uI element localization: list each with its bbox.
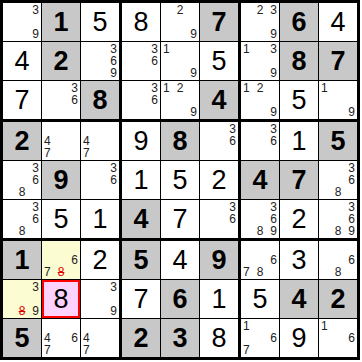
given-digit: 6 <box>161 280 199 318</box>
candidate-6: 6 <box>225 213 236 225</box>
candidate-7: 7 <box>44 344 55 356</box>
candidate-2: 2 <box>254 4 265 16</box>
candidates: 47 <box>43 123 79 159</box>
cell-r2c7[interactable]: 139 <box>241 42 280 81</box>
cell-r5c2[interactable]: 9 <box>42 161 81 200</box>
solved-digit: 2 <box>81 241 119 279</box>
candidate-2: 2 <box>254 82 265 94</box>
candidates: 678 <box>242 242 278 278</box>
solved-digit: 8 <box>200 319 238 357</box>
solved-digit: 8 <box>122 3 160 41</box>
cell-r4c9[interactable]: 5 <box>319 122 357 161</box>
solved-digit: 7 <box>161 200 199 238</box>
cell-r5c4[interactable]: 1 <box>122 161 161 200</box>
cell-r5c7[interactable]: 4 <box>241 161 280 200</box>
cell-r5c5[interactable]: 5 <box>161 161 200 200</box>
cell-r9c8[interactable]: 9 <box>280 319 319 357</box>
candidate-6: 6 <box>344 254 355 266</box>
candidates: 368 <box>4 201 40 237</box>
candidate-6: 6 <box>266 135 277 147</box>
candidate-9: 9 <box>266 28 277 40</box>
candidate-6: 6 <box>67 94 78 106</box>
candidate-8: 8 <box>332 186 343 198</box>
candidate-9: 9 <box>344 106 355 118</box>
cell-r6c1[interactable]: 368 <box>3 200 42 241</box>
cell-r9c6[interactable]: 8 <box>200 319 241 357</box>
cell-r3c2[interactable]: 36 <box>42 81 81 122</box>
cell-r4c3[interactable]: 47 <box>81 122 122 161</box>
candidates: 36 <box>242 123 278 159</box>
cell-r5c1[interactable]: 368 <box>3 161 42 200</box>
candidate-2: 2 <box>174 4 185 16</box>
solved-digit: 1 <box>122 161 160 199</box>
cell-r5c8[interactable]: 7 <box>280 161 319 200</box>
cell-r8c3[interactable]: 39 <box>81 280 122 319</box>
given-digit: 8 <box>161 122 199 160</box>
cell-r6c9[interactable]: 3689 <box>319 200 357 241</box>
cell-r3c1[interactable]: 7 <box>3 81 42 122</box>
cell-r7c3[interactable]: 2 <box>81 241 122 280</box>
cell-r7c4[interactable]: 5 <box>122 241 161 280</box>
solved-digit: 2 <box>280 200 318 238</box>
cell-r8c4[interactable]: 7 <box>122 280 161 319</box>
cell-r6c6[interactable]: 36 <box>200 200 241 241</box>
candidate-1: 1 <box>321 320 332 332</box>
solved-digit: 1 <box>280 122 318 160</box>
candidate-7: 7 <box>83 147 94 159</box>
candidate-1: 1 <box>243 82 254 94</box>
cell-r2c3[interactable]: 369 <box>81 42 122 81</box>
cell-r7c5[interactable]: 4 <box>161 241 200 280</box>
cell-r9c5[interactable]: 3 <box>161 319 200 357</box>
solved-digit: 5 <box>161 161 199 199</box>
solved-digit: 2 <box>200 161 238 199</box>
candidates: 39 <box>82 281 118 317</box>
candidate-8: 8 <box>332 225 343 237</box>
solved-digit: 4 <box>319 3 357 41</box>
given-digit: 3 <box>161 319 199 357</box>
cell-r5c6[interactable]: 2 <box>200 161 241 200</box>
candidates: 36 <box>43 82 79 118</box>
candidate-8-eliminated: 8 <box>16 305 27 317</box>
candidate-9: 9 <box>186 67 197 79</box>
candidate-6: 6 <box>28 213 39 225</box>
cell-r6c3[interactable]: 1 <box>81 200 122 241</box>
cell-r5c9[interactable]: 368 <box>319 161 357 200</box>
given-digit: 1 <box>42 3 80 41</box>
candidate-6: 6 <box>225 135 236 147</box>
candidates: 39 <box>4 4 40 40</box>
given-digit: 7 <box>280 161 318 199</box>
cell-r1c2[interactable]: 1 <box>42 3 81 42</box>
given-digit: 5 <box>122 241 160 279</box>
candidate-1: 1 <box>321 82 332 94</box>
cell-r7c6[interactable]: 9 <box>200 241 241 280</box>
candidates: 3689 <box>320 201 356 237</box>
cell-r8c5[interactable]: 6 <box>161 280 200 319</box>
cell-r1c7[interactable]: 239 <box>241 3 280 42</box>
cell-r4c4[interactable]: 9 <box>122 122 161 161</box>
cell-r2c6[interactable]: 5 <box>200 42 241 81</box>
given-digit: 5 <box>319 122 357 160</box>
cell-r8c8[interactable]: 4 <box>280 280 319 319</box>
cell-r1c3[interactable]: 5 <box>81 3 122 42</box>
given-digit: 9 <box>200 241 238 279</box>
solved-digit: 3 <box>280 241 318 279</box>
given-digit: 7 <box>319 42 357 80</box>
cell-r2c1[interactable]: 4 <box>3 42 42 81</box>
given-digit: 7 <box>200 3 238 41</box>
solved-digit: 5 <box>241 280 279 318</box>
candidates: 239 <box>242 4 278 40</box>
given-digit: 4 <box>200 81 238 119</box>
cell-r8c6[interactable]: 1 <box>200 280 241 319</box>
solved-digit: 4 <box>161 241 199 279</box>
candidates: 389 <box>4 281 40 317</box>
candidate-6: 6 <box>106 174 117 186</box>
candidates: 678 <box>43 242 79 278</box>
given-digit: 5 <box>3 319 41 357</box>
solved-digit: 7 <box>122 280 160 318</box>
solved-digit: 8 <box>42 280 80 318</box>
given-digit: 4 <box>280 280 318 318</box>
candidates: 19 <box>162 43 198 79</box>
candidate-9: 9 <box>28 28 39 40</box>
solved-digit: 1 <box>200 280 238 318</box>
candidate-8: 8 <box>254 225 265 237</box>
candidate-6: 6 <box>266 332 277 344</box>
cell-r3c3[interactable]: 8 <box>81 81 122 122</box>
candidate-8: 8 <box>332 266 343 278</box>
solved-digit: 5 <box>200 42 238 80</box>
cell-r8c1[interactable]: 389 <box>3 280 42 319</box>
candidates: 16 <box>320 320 356 356</box>
candidate-7: 7 <box>243 344 254 356</box>
sudoku-board: 3915829723964423693619513987736836129412… <box>0 0 360 360</box>
cell-r4c6[interactable]: 36 <box>200 122 241 161</box>
candidates: 368 <box>320 162 356 198</box>
candidate-2: 2 <box>174 82 185 94</box>
cell-r9c7[interactable]: 167 <box>241 319 280 357</box>
cell-r1c4[interactable]: 8 <box>122 3 161 42</box>
solved-digit: 5 <box>81 3 119 41</box>
candidate-6: 6 <box>67 254 78 266</box>
given-digit: 2 <box>319 280 357 318</box>
candidates: 139 <box>242 43 278 79</box>
candidates: 29 <box>162 4 198 40</box>
cell-r3c8[interactable]: 5 <box>280 81 319 122</box>
candidates: 129 <box>162 82 198 118</box>
candidates: 3689 <box>242 201 278 237</box>
candidate-7: 7 <box>44 266 55 278</box>
cell-r7c8[interactable]: 3 <box>280 241 319 280</box>
candidate-1: 1 <box>243 320 254 332</box>
candidate-7: 7 <box>44 147 55 159</box>
solved-digit: 9 <box>122 122 160 160</box>
given-digit: 6 <box>280 3 318 41</box>
candidate-1: 1 <box>163 43 174 55</box>
candidates: 36 <box>123 82 159 118</box>
cell-r7c7[interactable]: 678 <box>241 241 280 280</box>
candidate-8: 8 <box>254 266 265 278</box>
cell-r6c7[interactable]: 3689 <box>241 200 280 241</box>
solved-digit: 7 <box>3 81 41 119</box>
candidate-6: 6 <box>28 174 39 186</box>
cell-r1c9[interactable]: 4 <box>319 3 357 42</box>
candidates: 129 <box>242 82 278 118</box>
cell-r3c6[interactable]: 4 <box>200 81 241 122</box>
cell-r6c5[interactable]: 7 <box>161 200 200 241</box>
given-digit: 1 <box>3 241 41 279</box>
cell-r2c2[interactable]: 2 <box>42 42 81 81</box>
cell-r9c4[interactable]: 2 <box>122 319 161 357</box>
candidates: 68 <box>320 242 356 278</box>
cell-r3c7[interactable]: 129 <box>241 81 280 122</box>
candidate-9: 9 <box>344 225 355 237</box>
candidate-6: 6 <box>147 55 158 67</box>
cell-r9c3[interactable]: 47 <box>81 319 122 357</box>
candidate-9: 9 <box>106 305 117 317</box>
candidate-8-eliminated: 8 <box>55 266 66 278</box>
given-digit: 2 <box>42 42 80 80</box>
cell-r2c9[interactable]: 7 <box>319 42 357 81</box>
candidate-1: 1 <box>243 43 254 55</box>
cell-r8c2[interactable]: 8 <box>42 280 81 319</box>
cell-r9c1[interactable]: 5 <box>3 319 42 357</box>
solved-digit: 9 <box>280 319 318 357</box>
solved-digit: 1 <box>81 200 119 238</box>
cell-r1c6[interactable]: 7 <box>200 3 241 42</box>
candidate-6: 6 <box>344 174 355 186</box>
given-digit: 8 <box>280 42 318 80</box>
cell-r1c5[interactable]: 29 <box>161 3 200 42</box>
cell-r4c8[interactable]: 1 <box>280 122 319 161</box>
candidate-3: 3 <box>28 4 39 16</box>
candidate-3: 3 <box>266 4 277 16</box>
candidate-8: 8 <box>16 186 27 198</box>
candidate-9: 9 <box>266 106 277 118</box>
cell-r3c9[interactable]: 19 <box>319 81 357 122</box>
candidate-7: 7 <box>83 344 94 356</box>
candidate-6: 6 <box>67 332 78 344</box>
candidate-9: 9 <box>28 305 39 317</box>
cell-r8c9[interactable]: 2 <box>319 280 357 319</box>
cell-r5c3[interactable]: 36 <box>81 161 122 200</box>
given-digit: 2 <box>3 122 41 160</box>
candidate-1: 1 <box>163 82 174 94</box>
cell-r1c8[interactable]: 6 <box>280 3 319 42</box>
cell-r8c7[interactable]: 5 <box>241 280 280 319</box>
cell-r7c1[interactable]: 1 <box>3 241 42 280</box>
candidates: 36 <box>82 162 118 198</box>
cell-r2c5[interactable]: 19 <box>161 42 200 81</box>
given-digit: 2 <box>122 319 160 357</box>
candidate-9: 9 <box>186 106 197 118</box>
candidate-3: 3 <box>266 43 277 55</box>
candidate-9: 9 <box>106 67 117 79</box>
given-digit: 4 <box>122 200 160 238</box>
cell-r6c8[interactable]: 2 <box>280 200 319 241</box>
candidate-9: 9 <box>266 67 277 79</box>
solved-digit: 5 <box>42 200 80 238</box>
cell-r7c9[interactable]: 68 <box>319 241 357 280</box>
cell-r2c8[interactable]: 8 <box>280 42 319 81</box>
cell-r9c9[interactable]: 16 <box>319 319 357 357</box>
cell-r4c2[interactable]: 47 <box>42 122 81 161</box>
cell-r3c4[interactable]: 36 <box>122 81 161 122</box>
cell-r7c2[interactable]: 678 <box>42 241 81 280</box>
cell-r3c5[interactable]: 129 <box>161 81 200 122</box>
candidates: 36 <box>201 123 237 159</box>
candidate-9: 9 <box>266 225 277 237</box>
candidates: 47 <box>82 320 118 356</box>
candidates: 47 <box>82 123 118 159</box>
solved-digit: 5 <box>280 81 318 119</box>
candidate-7: 7 <box>243 266 254 278</box>
candidate-8: 8 <box>16 225 27 237</box>
candidates: 36 <box>201 201 237 237</box>
cell-r6c4[interactable]: 4 <box>122 200 161 241</box>
candidates: 369 <box>82 43 118 79</box>
candidate-9: 9 <box>186 28 197 40</box>
cell-r9c2[interactable]: 467 <box>42 319 81 357</box>
cell-r6c2[interactable]: 5 <box>42 200 81 241</box>
candidates: 19 <box>320 82 356 118</box>
candidates: 167 <box>242 320 278 356</box>
candidates: 36 <box>123 43 159 79</box>
given-digit: 8 <box>81 81 119 119</box>
candidates: 467 <box>43 320 79 356</box>
given-digit: 4 <box>241 161 279 199</box>
given-digit: 9 <box>42 161 80 199</box>
cell-r1c1[interactable]: 39 <box>3 3 42 42</box>
candidate-3: 3 <box>28 281 39 293</box>
cell-r2c4[interactable]: 36 <box>122 42 161 81</box>
candidate-6: 6 <box>147 94 158 106</box>
solved-digit: 4 <box>3 42 41 80</box>
cell-r4c5[interactable]: 8 <box>161 122 200 161</box>
candidate-6: 6 <box>344 332 355 344</box>
candidate-3: 3 <box>106 281 117 293</box>
cell-r4c7[interactable]: 36 <box>241 122 280 161</box>
cell-r4c1[interactable]: 2 <box>3 122 42 161</box>
candidates: 368 <box>4 162 40 198</box>
candidate-6: 6 <box>266 254 277 266</box>
